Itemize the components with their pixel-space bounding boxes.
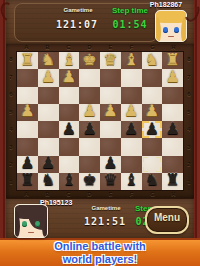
promo-banner[interactable]: Online battle with world players! <box>0 238 200 266</box>
file-label-a: A <box>16 191 37 198</box>
piece-black-pawn: ♟ <box>62 121 76 137</box>
square-f3[interactable] <box>121 138 142 155</box>
file-label-h: H <box>163 191 184 198</box>
square-d3[interactable] <box>79 138 100 155</box>
top-player-name: Ph182867 <box>142 1 190 8</box>
square-f5[interactable]: ♟ <box>121 104 142 121</box>
square-e5[interactable]: ♟ <box>100 104 121 121</box>
file-label-d: D <box>79 191 100 198</box>
avatar-eye <box>35 221 40 227</box>
rank-label-8: 8 <box>184 56 194 63</box>
square-a4[interactable] <box>17 121 38 138</box>
piece-gold-bishop: ♝ <box>124 52 138 68</box>
rank-label-7: 7 <box>6 74 16 81</box>
square-e6[interactable] <box>100 87 121 104</box>
rank-label-8: 8 <box>6 56 16 63</box>
file-label-g: G <box>142 191 163 198</box>
square-b6[interactable] <box>38 87 59 104</box>
square-h3[interactable] <box>162 138 183 155</box>
rank-label-2: 2 <box>184 161 194 168</box>
rank-label-4: 4 <box>184 126 194 133</box>
rank-label-5: 5 <box>184 109 194 116</box>
bottom-player-avatar <box>14 204 48 238</box>
piece-black-pawn: ♟ <box>41 155 55 171</box>
square-h6[interactable] <box>162 87 183 104</box>
top-gametime-value: 121:07 <box>44 19 110 30</box>
file-label-h: H <box>163 44 184 51</box>
square-e2[interactable]: ♟ <box>100 156 121 173</box>
piece-gold-knight: ♞ <box>41 52 55 68</box>
bottom-gametime-value: 121:51 <box>74 216 136 227</box>
file-label-d: D <box>79 44 100 51</box>
piece-black-pawn: ♟ <box>20 155 34 171</box>
rank-label-1: 1 <box>6 179 16 186</box>
piece-black-pawn: ♟ <box>103 155 117 171</box>
square-e3[interactable] <box>100 138 121 155</box>
piece-black-rook: ♜ <box>165 172 179 188</box>
rank-labels-right: 87654321 <box>184 51 194 191</box>
rank-label-3: 3 <box>6 144 16 151</box>
piece-black-knight: ♞ <box>41 172 55 188</box>
piece-black-king: ♚ <box>82 172 96 188</box>
top-gametime-label: Gametime <box>48 7 108 13</box>
avatar-hair <box>181 17 187 42</box>
piece-gold-pawn: ♟ <box>103 103 117 119</box>
piece-gold-pawn: ♟ <box>124 103 138 119</box>
square-c8[interactable]: ♝ <box>59 52 80 69</box>
square-b2[interactable]: ♟ <box>38 156 59 173</box>
square-f7[interactable] <box>121 69 142 86</box>
piece-gold-pawn: ♟ <box>165 69 179 85</box>
square-g6[interactable] <box>142 87 163 104</box>
bottom-gametime-label: Gametime <box>78 205 134 211</box>
square-b4[interactable] <box>38 121 59 138</box>
piece-black-rook: ♜ <box>20 172 34 188</box>
piece-gold-pawn: ♟ <box>145 103 159 119</box>
square-a8[interactable]: ♜ <box>17 52 38 69</box>
square-f6[interactable] <box>121 87 142 104</box>
square-a7[interactable] <box>17 69 38 86</box>
square-d1[interactable]: ♚ <box>79 173 100 190</box>
piece-black-pawn: ♟ <box>124 121 138 137</box>
piece-gold-bishop: ♝ <box>62 52 76 68</box>
banner-line1: Online battle with <box>0 240 200 253</box>
menu-button[interactable]: Menu <box>145 206 189 234</box>
square-g7[interactable] <box>142 69 163 86</box>
piece-black-pawn: ♟ <box>82 121 96 137</box>
avatar-eye <box>22 221 27 227</box>
file-label-c: C <box>58 191 79 198</box>
file-label-b: B <box>37 44 58 51</box>
square-b7[interactable]: ♟ <box>38 69 59 86</box>
square-c6[interactable] <box>59 87 80 104</box>
square-h8[interactable]: ♜ <box>162 52 183 69</box>
square-c3[interactable] <box>59 138 80 155</box>
square-c2[interactable] <box>59 156 80 173</box>
square-f2[interactable] <box>121 156 142 173</box>
square-d6[interactable] <box>79 87 100 104</box>
square-h1[interactable]: ♜ <box>162 173 183 190</box>
top-player-bar: Gametime Step time 121:07 01:54 Ph182867 <box>6 0 194 45</box>
rank-label-4: 4 <box>6 126 16 133</box>
file-label-c: C <box>58 44 79 51</box>
square-e1[interactable]: ♛ <box>100 173 121 190</box>
piece-gold-queen: ♛ <box>103 52 117 68</box>
square-f4[interactable]: ♟ <box>121 121 142 138</box>
square-c1[interactable]: ♝ <box>59 173 80 190</box>
rank-label-6: 6 <box>184 91 194 98</box>
square-e7[interactable] <box>100 69 121 86</box>
square-g8[interactable]: ♞ <box>142 52 163 69</box>
square-e8[interactable]: ♛ <box>100 52 121 69</box>
square-b5[interactable] <box>38 104 59 121</box>
piece-gold-pawn: ♟ <box>62 69 76 85</box>
square-a3[interactable] <box>17 138 38 155</box>
piece-black-pawn: ♟ <box>165 121 179 137</box>
file-label-e: E <box>100 191 121 198</box>
piece-black-pawn: ♟ <box>145 121 159 137</box>
piece-gold-rook: ♜ <box>165 52 179 68</box>
square-c7[interactable]: ♟ <box>59 69 80 86</box>
square-h7[interactable]: ♟ <box>162 69 183 86</box>
piece-gold-king: ♚ <box>82 52 96 68</box>
avatar-eye <box>163 27 168 33</box>
piece-gold-knight: ♞ <box>145 52 159 68</box>
square-d5[interactable]: ♟ <box>79 104 100 121</box>
square-g2[interactable] <box>142 156 163 173</box>
file-label-f: F <box>121 191 142 198</box>
piece-gold-pawn: ♟ <box>82 103 96 119</box>
file-label-e: E <box>100 44 121 51</box>
square-g4[interactable]: ♟ <box>142 121 163 138</box>
selected-square-marker <box>142 121 163 138</box>
top-player-avatar <box>155 10 187 42</box>
square-c5[interactable] <box>59 104 80 121</box>
board-grid: ♜♞♝♚♛♝♞♜♟♟♟♟♟♟♟♟♟♟♟♟♟♟♟♟♜♞♝♚♛♝♞♜ <box>16 51 184 191</box>
piece-black-bishop: ♝ <box>124 172 138 188</box>
square-c4[interactable]: ♟ <box>59 121 80 138</box>
square-g1[interactable]: ♞ <box>142 173 163 190</box>
square-a2[interactable]: ♟ <box>17 156 38 173</box>
file-labels-top: ABCDEFGH <box>16 44 184 51</box>
app-screen: Gametime Step time 121:07 01:54 Ph182867… <box>0 0 200 266</box>
bottom-player-bar: Ph195123 Gametime Step time 121:51 02:00… <box>6 198 194 239</box>
square-d8[interactable]: ♚ <box>79 52 100 69</box>
rank-label-1: 1 <box>184 179 194 186</box>
square-a6[interactable] <box>17 87 38 104</box>
file-label-b: B <box>37 191 58 198</box>
piece-black-queen: ♛ <box>103 172 117 188</box>
avatar-mouth <box>168 36 174 38</box>
rank-labels-left: 87654321 <box>6 51 16 191</box>
square-h4[interactable]: ♟ <box>162 121 183 138</box>
square-h5[interactable] <box>162 104 183 121</box>
piece-black-bishop: ♝ <box>62 172 76 188</box>
square-f8[interactable]: ♝ <box>121 52 142 69</box>
top-steptime-value: 01:54 <box>106 19 154 30</box>
square-a1[interactable]: ♜ <box>17 173 38 190</box>
chess-board: ABCDEFGH ABCDEFGH 87654321 87654321 ♜♞♝♚… <box>6 44 194 198</box>
avatar-eye <box>174 27 179 33</box>
piece-gold-pawn: ♟ <box>20 103 34 119</box>
rank-label-7: 7 <box>184 74 194 81</box>
file-label-a: A <box>16 44 37 51</box>
square-f1[interactable]: ♝ <box>121 173 142 190</box>
square-d7[interactable] <box>79 69 100 86</box>
square-d4[interactable]: ♟ <box>79 121 100 138</box>
rank-label-5: 5 <box>6 109 16 116</box>
square-a5[interactable]: ♟ <box>17 104 38 121</box>
piece-gold-pawn: ♟ <box>41 69 55 85</box>
banner-line2: world players! <box>0 253 200 266</box>
rank-label-6: 6 <box>6 91 16 98</box>
square-g3[interactable] <box>142 138 163 155</box>
file-label-g: G <box>142 44 163 51</box>
file-labels-bottom: ABCDEFGH <box>16 191 184 198</box>
square-h2[interactable] <box>162 156 183 173</box>
square-g5[interactable]: ♟ <box>142 104 163 121</box>
file-label-f: F <box>121 44 142 51</box>
avatar-mouth <box>28 232 34 234</box>
square-d2[interactable] <box>79 156 100 173</box>
square-e4[interactable] <box>100 121 121 138</box>
square-b8[interactable]: ♞ <box>38 52 59 69</box>
rank-label-3: 3 <box>184 144 194 151</box>
rank-label-2: 2 <box>6 161 16 168</box>
piece-gold-rook: ♜ <box>20 52 34 68</box>
square-b3[interactable] <box>38 138 59 155</box>
move-from-marker <box>142 156 163 173</box>
square-b1[interactable]: ♞ <box>38 173 59 190</box>
piece-black-knight: ♞ <box>145 172 159 188</box>
